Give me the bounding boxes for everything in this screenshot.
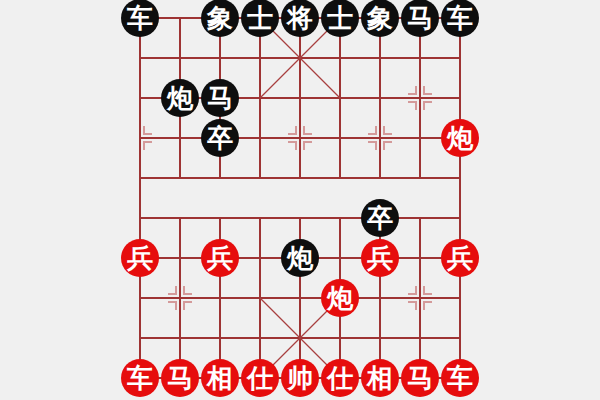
piece-black-chariot[interactable]: 车 <box>121 0 159 37</box>
pieces-grid: 车象士将士象马车炮马卒炮卒兵兵炮兵兵炮车马相仕帅仕相马车 <box>120 0 480 398</box>
piece-black-cannon[interactable]: 炮 <box>161 79 199 117</box>
piece-black-general[interactable]: 将 <box>281 0 319 37</box>
piece-red-elephant[interactable]: 相 <box>201 359 239 397</box>
piece-black-pawn[interactable]: 卒 <box>361 199 399 237</box>
piece-black-elephant[interactable]: 象 <box>361 0 399 37</box>
piece-red-elephant[interactable]: 相 <box>361 359 399 397</box>
piece-red-horse[interactable]: 马 <box>401 359 439 397</box>
piece-black-advisor[interactable]: 士 <box>321 0 359 37</box>
piece-red-pawn[interactable]: 兵 <box>121 239 159 277</box>
piece-red-general[interactable]: 帅 <box>281 359 319 397</box>
piece-black-horse[interactable]: 马 <box>201 79 239 117</box>
piece-red-chariot[interactable]: 车 <box>121 359 159 397</box>
piece-black-elephant[interactable]: 象 <box>201 0 239 37</box>
xiangqi-board-area: 车象士将士象马车炮马卒炮卒兵兵炮兵兵炮车马相仕帅仕相马车 <box>0 0 600 400</box>
piece-red-advisor[interactable]: 仕 <box>241 359 279 397</box>
piece-black-pawn[interactable]: 卒 <box>201 119 239 157</box>
piece-red-pawn[interactable]: 兵 <box>361 239 399 277</box>
piece-red-horse[interactable]: 马 <box>161 359 199 397</box>
piece-red-advisor[interactable]: 仕 <box>321 359 359 397</box>
piece-red-cannon[interactable]: 炮 <box>441 119 479 157</box>
piece-black-chariot[interactable]: 车 <box>441 0 479 37</box>
piece-black-cannon[interactable]: 炮 <box>281 239 319 277</box>
piece-red-cannon[interactable]: 炮 <box>321 279 359 317</box>
piece-black-advisor[interactable]: 士 <box>241 0 279 37</box>
piece-red-chariot[interactable]: 车 <box>441 359 479 397</box>
piece-black-horse[interactable]: 马 <box>401 0 439 37</box>
piece-red-pawn[interactable]: 兵 <box>201 239 239 277</box>
piece-red-pawn[interactable]: 兵 <box>441 239 479 277</box>
